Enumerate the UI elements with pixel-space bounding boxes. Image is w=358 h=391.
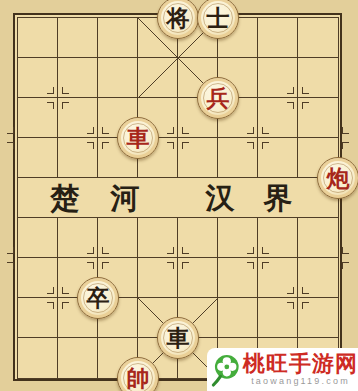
point-marker [342, 247, 349, 254]
point-marker [247, 262, 254, 269]
piece-character: 兵 [207, 87, 230, 110]
river-label: 楚 [48, 181, 82, 215]
point-marker [287, 87, 294, 94]
point-marker [247, 247, 254, 254]
point-marker [287, 287, 294, 294]
point-marker [342, 127, 349, 134]
red-soldier[interactable]: 兵 [197, 77, 239, 119]
board-cell [58, 338, 98, 378]
board-cell [298, 18, 338, 58]
point-marker [182, 142, 189, 149]
board-cell [258, 18, 298, 58]
point-marker [262, 247, 269, 254]
point-marker [247, 142, 254, 149]
point-marker [62, 87, 69, 94]
point-marker [102, 247, 109, 254]
point-marker [182, 247, 189, 254]
red-general[interactable]: 帥 [117, 357, 159, 391]
piece-character: 車 [167, 327, 190, 350]
board-cell [18, 18, 58, 58]
point-marker [182, 262, 189, 269]
point-marker [102, 262, 109, 269]
point-marker [167, 247, 174, 254]
point-marker [182, 127, 189, 134]
point-marker [247, 127, 254, 134]
board-cell [98, 58, 138, 98]
point-marker [302, 302, 309, 309]
point-marker [262, 127, 269, 134]
board-cell [18, 338, 58, 378]
red-chariot[interactable]: 車 [117, 117, 159, 159]
piece-character: 卒 [87, 287, 110, 310]
clover-logo-icon [211, 349, 241, 391]
point-marker [62, 102, 69, 109]
point-marker [47, 287, 54, 294]
river-label: 界 [261, 181, 295, 215]
point-marker [342, 142, 349, 149]
watermark-domain: taowang119.com [251, 376, 350, 387]
board-cell [218, 298, 258, 338]
river-label: 河 [108, 181, 142, 215]
point-marker [7, 127, 14, 134]
point-marker [102, 127, 109, 134]
point-marker [342, 262, 349, 269]
point-marker [262, 262, 269, 269]
piece-character: 将 [167, 7, 190, 30]
point-marker [7, 247, 14, 254]
red-cannon[interactable]: 炮 [317, 157, 358, 199]
piece-character: 炮 [327, 167, 350, 190]
board-cell [18, 218, 58, 258]
piece-character: 車 [127, 127, 150, 150]
point-marker [167, 262, 174, 269]
point-marker [87, 142, 94, 149]
xiangqi-game-screen: 楚河汉界 将士兵車炮卒車帥 桃旺手游网 taowang119.com [0, 0, 358, 391]
point-marker [302, 287, 309, 294]
point-marker [47, 102, 54, 109]
point-marker [62, 302, 69, 309]
piece-character: 士 [207, 7, 230, 30]
point-marker [47, 302, 54, 309]
board-cell [18, 138, 58, 178]
board-cell [138, 178, 178, 218]
board-cell [58, 18, 98, 58]
watermark-title: 桃旺手游网 [243, 352, 358, 376]
point-marker [287, 102, 294, 109]
point-marker [62, 287, 69, 294]
board-cell [298, 218, 338, 258]
point-marker [87, 247, 94, 254]
point-marker [167, 127, 174, 134]
point-marker [102, 142, 109, 149]
point-marker [87, 262, 94, 269]
point-marker [302, 87, 309, 94]
point-marker [167, 142, 174, 149]
point-marker [87, 127, 94, 134]
point-marker [262, 142, 269, 149]
point-marker [47, 87, 54, 94]
piece-character: 帥 [127, 367, 150, 390]
watermark: 桃旺手游网 taowang119.com [207, 348, 358, 391]
point-marker [7, 142, 14, 149]
river-label: 汉 [203, 181, 237, 215]
black-soldier[interactable]: 卒 [77, 277, 119, 319]
board-cell [98, 18, 138, 58]
point-marker [302, 102, 309, 109]
point-marker [7, 262, 14, 269]
point-marker [287, 302, 294, 309]
black-chariot[interactable]: 車 [157, 317, 199, 359]
